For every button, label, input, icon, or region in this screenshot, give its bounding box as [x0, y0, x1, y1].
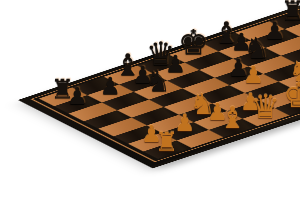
- chess-board: [18, 2, 300, 167]
- photo-stage: ♜♟♟♝♟♚♞♛♟♟♜♝♟♟♞♟♟♟♞♟♝♜♟♚♟♞♛♟♝♟♟♜: [0, 0, 300, 200]
- board-trim-line: [31, 7, 300, 162]
- board-squares: [39, 10, 300, 158]
